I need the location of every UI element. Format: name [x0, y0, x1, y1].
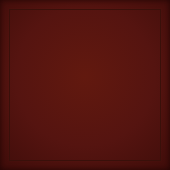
file-labels	[10, 160, 160, 170]
chess-board[interactable]	[10, 10, 160, 160]
chess-board-frame	[0, 0, 170, 170]
rank-labels	[0, 10, 10, 160]
